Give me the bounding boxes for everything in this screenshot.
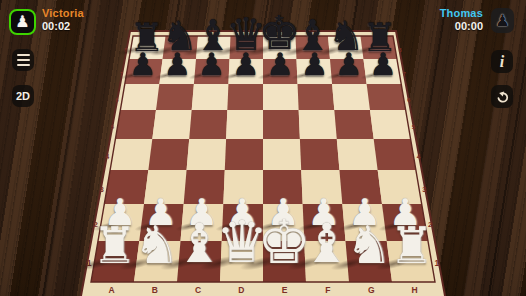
view-2d-button[interactable]: 2D [12, 85, 34, 107]
black-pawn-icon: ♟ [495, 13, 509, 29]
square-h6[interactable] [367, 84, 406, 110]
square-e6[interactable] [263, 84, 299, 110]
rank-label-right-5: 5 [412, 124, 416, 130]
file-label-bottom-b: B [152, 285, 158, 295]
square-b6[interactable] [156, 84, 194, 110]
square-d4[interactable] [225, 139, 263, 170]
square-b4[interactable] [148, 139, 189, 170]
square-e4[interactable] [263, 139, 301, 170]
square-g6[interactable] [332, 84, 370, 110]
file-label-bottom-a: A [108, 285, 114, 295]
rank-label-right-4: 4 [417, 153, 421, 160]
menu-button[interactable] [12, 49, 34, 71]
square-c5[interactable] [189, 110, 227, 139]
rank-label-left-4: 4 [106, 153, 110, 160]
piece-black-pawn[interactable]: ♟ [368, 49, 399, 80]
white-player-clock: 00:02 [42, 20, 70, 32]
white-rook-glyph: ♜ [387, 221, 437, 271]
black-player-clock: 00:00 [455, 20, 483, 32]
file-label-bottom-e: E [282, 285, 288, 295]
square-b5[interactable] [152, 110, 191, 139]
file-label-bottom-f: F [325, 285, 330, 295]
rank-label-right-3: 3 [422, 185, 426, 194]
rank-label-right-6: 6 [407, 97, 410, 103]
rank-label-right-8: 8 [399, 48, 402, 53]
square-a6[interactable] [120, 84, 159, 110]
square-f5[interactable] [299, 110, 337, 139]
square-g5[interactable] [334, 110, 373, 139]
file-label-bottom-h: H [411, 285, 417, 295]
square-c4[interactable] [187, 139, 227, 170]
white-turn-badge[interactable]: ♟ [9, 9, 36, 35]
square-f6[interactable] [298, 84, 335, 110]
square-h5[interactable] [370, 110, 411, 139]
white-player-name: Victoria [42, 7, 84, 19]
square-e5[interactable] [263, 110, 300, 139]
square-g4[interactable] [337, 139, 378, 170]
undo-button[interactable] [491, 85, 513, 108]
piece-white-rook[interactable]: ♜ [387, 221, 437, 271]
square-a4[interactable] [110, 139, 152, 170]
black-pawn-glyph: ♟ [368, 49, 399, 80]
square-d6[interactable] [227, 84, 263, 110]
chess-3d-screen: AABBCCDDEEFFGGHH1122334455667788 ♜♞♝♛♚♝♞… [0, 0, 526, 296]
black-turn-badge[interactable]: ♟ [491, 8, 514, 33]
square-a5[interactable] [115, 110, 156, 139]
square-c6[interactable] [192, 84, 229, 110]
file-label-bottom-d: D [238, 285, 244, 295]
info-button[interactable]: i [491, 50, 513, 73]
square-f4[interactable] [300, 139, 340, 170]
rank-label-right-7: 7 [403, 71, 406, 77]
white-pawn-icon: ♟ [15, 14, 29, 30]
square-d5[interactable] [226, 110, 263, 139]
rank-label-left-6: 6 [116, 97, 119, 103]
square-h4[interactable] [374, 139, 416, 170]
file-label-bottom-c: C [195, 285, 201, 295]
undo-arrow-icon [493, 88, 511, 106]
file-label-bottom-g: G [368, 285, 375, 295]
black-player-name: Thomas [440, 7, 483, 19]
hamburger-icon [17, 54, 30, 66]
